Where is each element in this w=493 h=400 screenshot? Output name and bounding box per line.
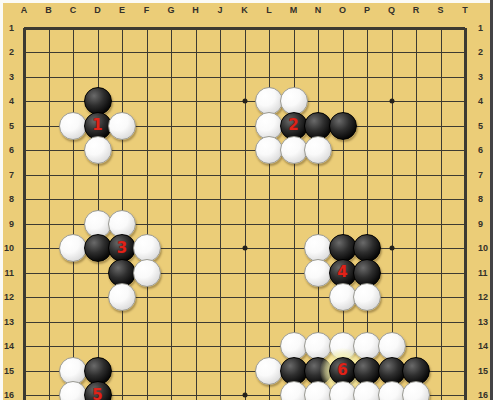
row-label-right: 16 — [478, 390, 488, 400]
stone-number: 2 — [288, 118, 298, 133]
row-label-right: 8 — [478, 194, 483, 204]
column-label: D — [94, 5, 101, 15]
column-label: B — [45, 5, 52, 15]
grid-line-v — [196, 28, 197, 400]
column-label: A — [21, 5, 28, 15]
row-label-right: 9 — [478, 219, 483, 229]
stone-white-E5[interactable] — [108, 112, 136, 140]
stone-white-E12[interactable] — [108, 283, 136, 311]
stone-white-R16[interactable] — [402, 381, 430, 400]
row-label-right: 7 — [478, 170, 483, 180]
grid-line-v — [171, 28, 172, 400]
grid-line-v — [464, 28, 467, 400]
stone-white-P12[interactable] — [353, 283, 381, 311]
column-label: Q — [388, 5, 395, 15]
grid-line-v — [73, 28, 74, 400]
grid-line-v — [23, 28, 26, 400]
grid-line-v — [147, 28, 148, 400]
grid-line-v — [269, 28, 270, 400]
row-label-right: 1 — [478, 23, 483, 33]
grid-line-v — [49, 28, 50, 400]
column-label: N — [315, 5, 322, 15]
column-label: L — [266, 5, 272, 15]
column-label: E — [119, 5, 125, 15]
grid-line-v — [441, 28, 442, 400]
star-point — [389, 246, 394, 251]
grid-line-v — [245, 28, 246, 400]
stone-number: 6 — [337, 363, 347, 378]
stone-number: 3 — [117, 241, 127, 256]
stone-number: 5 — [92, 388, 102, 400]
stone-white-D6[interactable] — [84, 136, 112, 164]
grid-line-v — [416, 28, 417, 400]
window-border-left — [0, 0, 3, 400]
column-label: S — [437, 5, 443, 15]
stone-white-F11[interactable] — [133, 259, 161, 287]
row-label-right: 12 — [478, 292, 488, 302]
window-border-top — [0, 0, 493, 3]
row-label-right: 10 — [478, 243, 488, 253]
go-board[interactable]: ABCDEFGHJKLMNOPQRST112233445566778899101… — [0, 0, 493, 400]
star-point — [242, 246, 247, 251]
row-label-right: 6 — [478, 145, 483, 155]
row-label-right: 3 — [478, 72, 483, 82]
stone-number: 1 — [92, 118, 102, 133]
row-label-right: 15 — [478, 366, 488, 376]
star-point — [389, 99, 394, 104]
column-label: M — [290, 5, 298, 15]
row-label-right: 11 — [478, 268, 488, 278]
star-point — [242, 99, 247, 104]
column-label: K — [241, 5, 248, 15]
column-label: T — [462, 5, 468, 15]
column-label: J — [217, 5, 222, 15]
stone-number: 4 — [337, 265, 347, 280]
row-label-right: 2 — [478, 47, 483, 57]
stone-white-N6[interactable] — [304, 136, 332, 164]
column-label: F — [144, 5, 150, 15]
column-label: P — [364, 5, 370, 15]
column-label: O — [339, 5, 346, 15]
stone-black-O5[interactable] — [329, 112, 357, 140]
row-label-right: 4 — [478, 96, 483, 106]
column-label: G — [167, 5, 174, 15]
stone-black-D16[interactable]: 5 — [84, 381, 112, 400]
column-label: H — [192, 5, 199, 15]
grid-line-v — [220, 28, 221, 400]
column-label: C — [70, 5, 77, 15]
column-label: R — [413, 5, 420, 15]
row-label-right: 5 — [478, 121, 483, 131]
row-label-right: 13 — [478, 317, 488, 327]
row-label-right: 14 — [478, 341, 488, 351]
star-point — [242, 393, 247, 398]
